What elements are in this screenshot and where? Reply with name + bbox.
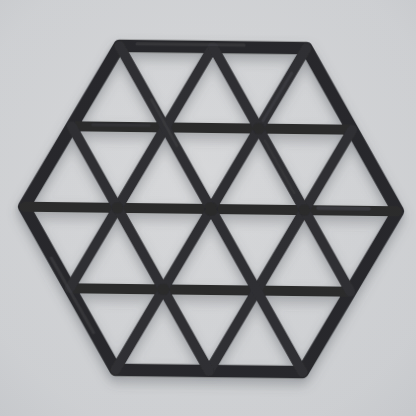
- photo-stage: [0, 0, 416, 416]
- trivet-photo: [0, 0, 416, 416]
- horizontal-bar-upper: [72, 126, 352, 129]
- highlight-top-bar: [137, 44, 244, 45]
- highlight-upper-bar-left: [93, 125, 149, 126]
- horizontal-bar-lower: [70, 288, 350, 291]
- highlight-middle-bar-right: [318, 208, 369, 209]
